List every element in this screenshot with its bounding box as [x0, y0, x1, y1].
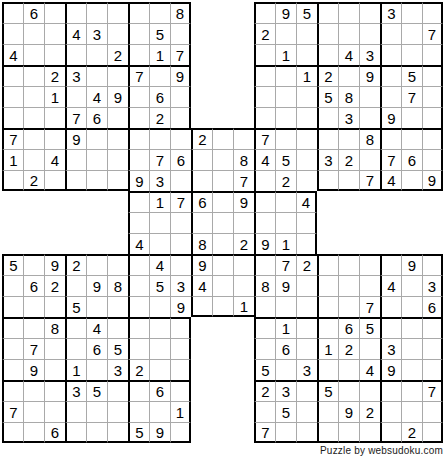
cell-r11c10[interactable]	[191, 212, 212, 233]
cell-r3c21[interactable]	[422, 44, 443, 65]
cell-r20c13[interactable]	[254, 401, 275, 422]
cell-r20c20[interactable]	[401, 401, 422, 422]
cell-r2c3[interactable]	[44, 23, 65, 44]
cell-r12c12: 2	[233, 233, 254, 254]
cell-r11c8[interactable]	[149, 212, 170, 233]
cell-r1c8[interactable]	[149, 2, 170, 23]
cell-r21c18[interactable]	[359, 422, 380, 443]
cell-r16c19[interactable]	[380, 317, 401, 338]
cell-r16c15[interactable]	[296, 317, 317, 338]
cell-r2c2[interactable]	[23, 23, 44, 44]
cell-r14c1[interactable]	[2, 275, 23, 296]
cell-r11c9[interactable]	[170, 212, 191, 233]
cell-r14c17[interactable]	[338, 275, 359, 296]
cell-r13c15: 2	[296, 254, 317, 275]
cell-r10c7[interactable]	[128, 191, 149, 212]
cell-r13c5[interactable]	[86, 254, 107, 275]
cell-r6c20[interactable]	[401, 107, 422, 128]
cell-r15c13[interactable]	[254, 296, 275, 317]
cell-r2c9[interactable]	[170, 23, 191, 44]
cell-r15c16[interactable]	[317, 296, 338, 317]
cell-r4c19[interactable]	[380, 65, 401, 86]
cell-r14c11[interactable]	[212, 275, 233, 296]
cell-r19c3[interactable]	[44, 380, 65, 401]
cell-r19c21: 7	[422, 380, 443, 401]
cell-r3c20[interactable]	[401, 44, 422, 65]
cell-r17c14: 6	[275, 338, 296, 359]
cell-r7c6[interactable]	[107, 128, 128, 149]
cell-r21c16[interactable]	[317, 422, 338, 443]
cell-r1c13[interactable]	[254, 2, 275, 23]
cell-r9c17[interactable]	[338, 170, 359, 191]
cell-r18c1[interactable]	[2, 359, 23, 380]
cell-r14c19: 4	[380, 275, 401, 296]
cell-r6c1[interactable]	[2, 107, 23, 128]
cell-r2c17[interactable]	[338, 23, 359, 44]
cell-r4c1[interactable]	[2, 65, 23, 86]
cell-r2c16[interactable]	[317, 23, 338, 44]
cell-r20c7[interactable]	[128, 401, 149, 422]
cell-r16c8[interactable]	[149, 317, 170, 338]
cell-r17c17: 2	[338, 338, 359, 359]
cell-r17c8[interactable]	[149, 338, 170, 359]
cell-r9c20[interactable]	[401, 170, 422, 191]
cell-r2c20[interactable]	[401, 23, 422, 44]
cell-r10c14[interactable]	[275, 191, 296, 212]
cell-r6c17: 3	[338, 107, 359, 128]
cell-r12c10: 8	[191, 233, 212, 254]
cell-r20c16[interactable]	[317, 401, 338, 422]
cell-r11c11[interactable]	[212, 212, 233, 233]
cell-r1c18[interactable]	[359, 2, 380, 23]
cell-r20c6[interactable]	[107, 401, 128, 422]
cell-r11c14[interactable]	[275, 212, 296, 233]
cell-r18c13: 5	[254, 359, 275, 380]
cell-r19c6[interactable]	[107, 380, 128, 401]
cell-r19c1[interactable]	[2, 380, 23, 401]
cell-r20c19[interactable]	[380, 401, 401, 422]
cell-r6c9[interactable]	[170, 107, 191, 128]
cell-r20c21[interactable]	[422, 401, 443, 422]
cell-r19c7[interactable]	[128, 380, 149, 401]
cell-r6c19: 9	[380, 107, 401, 128]
cell-r6c21[interactable]	[422, 107, 443, 128]
cell-r15c4: 5	[65, 296, 86, 317]
cell-r16c5: 4	[86, 317, 107, 338]
cell-r17c7[interactable]	[128, 338, 149, 359]
cell-r7c3[interactable]	[44, 128, 65, 149]
cell-r8c2[interactable]	[23, 149, 44, 170]
cell-r7c8[interactable]	[149, 128, 170, 149]
cell-r16c13[interactable]	[254, 317, 275, 338]
cell-r10c9: 7	[170, 191, 191, 212]
cell-r2c13: 2	[254, 23, 275, 44]
cell-r17c3[interactable]	[44, 338, 65, 359]
cell-r12c8[interactable]	[149, 233, 170, 254]
cell-r13c18[interactable]	[359, 254, 380, 275]
cell-r18c2: 9	[23, 359, 44, 380]
cell-r8c11[interactable]	[212, 149, 233, 170]
cell-r19c19[interactable]	[380, 380, 401, 401]
cell-r21c5[interactable]	[86, 422, 107, 443]
cell-r5c4[interactable]	[65, 86, 86, 107]
cell-r17c18[interactable]	[359, 338, 380, 359]
cell-r17c4[interactable]	[65, 338, 86, 359]
cell-r7c11[interactable]	[212, 128, 233, 149]
cell-r9c19: 4	[380, 170, 401, 191]
cell-r5c18[interactable]	[359, 86, 380, 107]
cell-r4c13[interactable]	[254, 65, 275, 86]
cell-r6c2[interactable]	[23, 107, 44, 128]
cell-r19c18[interactable]	[359, 380, 380, 401]
cell-r13c2[interactable]	[23, 254, 44, 275]
cell-r1c3[interactable]	[44, 2, 65, 23]
cell-r16c16[interactable]	[317, 317, 338, 338]
cell-r9c9[interactable]	[170, 170, 191, 191]
cell-r15c1[interactable]	[2, 296, 23, 317]
cell-r16c1[interactable]	[2, 317, 23, 338]
cell-r21c8: 9	[149, 422, 170, 443]
cell-r15c11[interactable]	[212, 296, 233, 317]
cell-r13c3: 9	[44, 254, 65, 275]
cell-r13c11[interactable]	[212, 254, 233, 275]
cell-r3c5[interactable]	[86, 44, 107, 65]
cell-r9c16[interactable]	[317, 170, 338, 191]
cell-r8c4[interactable]	[65, 149, 86, 170]
cell-r18c5[interactable]	[86, 359, 107, 380]
cell-r5c21[interactable]	[422, 86, 443, 107]
cell-r4c6[interactable]	[107, 65, 128, 86]
puzzle-credit: Puzzle by websudoku.com	[2, 445, 443, 456]
cell-r1c4[interactable]	[65, 2, 86, 23]
cell-r17c6: 5	[107, 338, 128, 359]
cell-r7c21[interactable]	[422, 128, 443, 149]
cell-r17c5: 6	[86, 338, 107, 359]
cell-r1c1[interactable]	[2, 2, 23, 23]
cell-r17c21[interactable]	[422, 338, 443, 359]
cell-r14c16[interactable]	[317, 275, 338, 296]
cell-r19c8: 6	[149, 380, 170, 401]
cell-r21c4[interactable]	[65, 422, 86, 443]
cell-r12c11[interactable]	[212, 233, 233, 254]
cell-r5c19[interactable]	[380, 86, 401, 107]
cell-r1c19: 3	[380, 2, 401, 23]
cell-r4c7: 7	[128, 65, 149, 86]
cell-r1c5[interactable]	[86, 2, 107, 23]
cell-r9c6[interactable]	[107, 170, 128, 191]
cell-r3c8: 1	[149, 44, 170, 65]
cell-r6c3[interactable]	[44, 107, 65, 128]
cell-r6c15[interactable]	[296, 107, 317, 128]
cell-r20c14: 5	[275, 401, 296, 422]
cell-r19c2[interactable]	[23, 380, 44, 401]
cell-r17c20[interactable]	[401, 338, 422, 359]
cell-r8c18[interactable]	[359, 149, 380, 170]
cell-r16c20[interactable]	[401, 317, 422, 338]
cell-r9c15[interactable]	[296, 170, 317, 191]
cell-r13c8: 4	[149, 254, 170, 275]
cell-r4c8[interactable]	[149, 65, 170, 86]
cell-r7c17[interactable]	[338, 128, 359, 149]
cell-r6c4: 7	[65, 107, 86, 128]
cell-r5c7[interactable]	[128, 86, 149, 107]
cell-r6c18[interactable]	[359, 107, 380, 128]
cell-r14c9: 3	[170, 275, 191, 296]
cell-r12c15[interactable]	[296, 233, 317, 254]
cell-r2c6[interactable]	[107, 23, 128, 44]
cell-r15c20[interactable]	[401, 296, 422, 317]
cell-r18c14[interactable]	[275, 359, 296, 380]
cell-r18c4: 1	[65, 359, 86, 380]
cell-r19c9[interactable]	[170, 380, 191, 401]
cell-r6c5: 6	[86, 107, 107, 128]
cell-r1c6[interactable]	[107, 2, 128, 23]
cell-r9c11[interactable]	[212, 170, 233, 191]
cell-r7c12[interactable]	[233, 128, 254, 149]
cell-r8c10[interactable]	[191, 149, 212, 170]
cell-r10c11[interactable]	[212, 191, 233, 212]
cell-r18c8[interactable]	[149, 359, 170, 380]
cell-r8c21[interactable]	[422, 149, 443, 170]
cell-r2c1[interactable]	[2, 23, 23, 44]
cell-r15c2[interactable]	[23, 296, 44, 317]
cell-r7c5[interactable]	[86, 128, 107, 149]
cell-r17c9[interactable]	[170, 338, 191, 359]
cell-r21c13: 7	[254, 422, 275, 443]
cell-r14c15[interactable]	[296, 275, 317, 296]
cell-r5c3: 1	[44, 86, 65, 107]
cell-r18c17[interactable]	[338, 359, 359, 380]
cell-r8c15[interactable]	[296, 149, 317, 170]
cell-r13c7[interactable]	[128, 254, 149, 275]
cell-r20c1: 7	[2, 401, 23, 422]
cell-r3c4[interactable]	[65, 44, 86, 65]
cell-r6c6[interactable]	[107, 107, 128, 128]
cell-r3c7[interactable]	[128, 44, 149, 65]
cell-r17c1[interactable]	[2, 338, 23, 359]
cell-r3c3[interactable]	[44, 44, 65, 65]
cell-r7c16[interactable]	[317, 128, 338, 149]
cell-r16c4[interactable]	[65, 317, 86, 338]
cell-r16c6[interactable]	[107, 317, 128, 338]
cell-r14c5: 9	[86, 275, 107, 296]
cell-r7c2[interactable]	[23, 128, 44, 149]
cell-r11c12[interactable]	[233, 212, 254, 233]
cell-r2c15[interactable]	[296, 23, 317, 44]
cell-r18c16[interactable]	[317, 359, 338, 380]
cell-r19c17[interactable]	[338, 380, 359, 401]
cell-r5c15[interactable]	[296, 86, 317, 107]
cell-r8c5[interactable]	[86, 149, 107, 170]
cell-r6c14[interactable]	[275, 107, 296, 128]
cell-r3c16[interactable]	[317, 44, 338, 65]
cell-r3c15[interactable]	[296, 44, 317, 65]
cell-r5c1[interactable]	[2, 86, 23, 107]
samurai-sudoku-page: 6895343527421714323791295149658776239792…	[0, 0, 445, 460]
cell-r5c13[interactable]	[254, 86, 275, 107]
cell-r1c17[interactable]	[338, 2, 359, 23]
cell-r2c19[interactable]	[380, 23, 401, 44]
cell-r14c12[interactable]	[233, 275, 254, 296]
cell-r9c5[interactable]	[86, 170, 107, 191]
cell-r14c20[interactable]	[401, 275, 422, 296]
cell-r3c13[interactable]	[254, 44, 275, 65]
cell-r15c19[interactable]	[380, 296, 401, 317]
cell-r10c10: 6	[191, 191, 212, 212]
cell-r19c15[interactable]	[296, 380, 317, 401]
cell-r4c18: 9	[359, 65, 380, 86]
cell-r21c21[interactable]	[422, 422, 443, 443]
cell-r1c16[interactable]	[317, 2, 338, 23]
cell-r5c2[interactable]	[23, 86, 44, 107]
cell-r17c15[interactable]	[296, 338, 317, 359]
cell-r15c7[interactable]	[128, 296, 149, 317]
cell-r16c18: 5	[359, 317, 380, 338]
cell-r3c19[interactable]	[380, 44, 401, 65]
cell-r11c15[interactable]	[296, 212, 317, 233]
cell-r13c13[interactable]	[254, 254, 275, 275]
cell-r14c4[interactable]	[65, 275, 86, 296]
cell-r9c10[interactable]	[191, 170, 212, 191]
cell-r8c1: 1	[2, 149, 23, 170]
cell-r16c21[interactable]	[422, 317, 443, 338]
cell-r4c9: 9	[170, 65, 191, 86]
cell-r1c7[interactable]	[128, 2, 149, 23]
cell-r18c19: 9	[380, 359, 401, 380]
cell-r13c9[interactable]	[170, 254, 191, 275]
cell-r5c8: 6	[149, 86, 170, 107]
cell-r8c6[interactable]	[107, 149, 128, 170]
cell-r3c17: 4	[338, 44, 359, 65]
cell-r21c6[interactable]	[107, 422, 128, 443]
cell-r13c19[interactable]	[380, 254, 401, 275]
cell-r8c13: 4	[254, 149, 275, 170]
cell-r15c5[interactable]	[86, 296, 107, 317]
cell-r19c5: 5	[86, 380, 107, 401]
cell-r15c8[interactable]	[149, 296, 170, 317]
cell-r7c1: 7	[2, 128, 23, 149]
cell-r1c20[interactable]	[401, 2, 422, 23]
cell-r15c10[interactable]	[191, 296, 212, 317]
cell-r21c1[interactable]	[2, 422, 23, 443]
cell-r20c8[interactable]	[149, 401, 170, 422]
cell-r15c3[interactable]	[44, 296, 65, 317]
cell-r5c14[interactable]	[275, 86, 296, 107]
cell-r4c17[interactable]	[338, 65, 359, 86]
cell-r13c6[interactable]	[107, 254, 128, 275]
cell-r2c14[interactable]	[275, 23, 296, 44]
samurai-sudoku-board: 6895343527421714323791295149658776239792…	[2, 2, 443, 443]
cell-r13c14: 7	[275, 254, 296, 275]
cell-r4c14[interactable]	[275, 65, 296, 86]
cell-r3c2[interactable]	[23, 44, 44, 65]
cell-r21c14[interactable]	[275, 422, 296, 443]
cell-r6c7[interactable]	[128, 107, 149, 128]
cell-r7c20[interactable]	[401, 128, 422, 149]
cell-r13c16[interactable]	[317, 254, 338, 275]
cell-r14c7[interactable]	[128, 275, 149, 296]
cell-r20c4[interactable]	[65, 401, 86, 422]
cell-r8c14: 5	[275, 149, 296, 170]
cell-r4c15: 1	[296, 65, 317, 86]
cell-r18c6: 3	[107, 359, 128, 380]
cell-r10c13[interactable]	[254, 191, 275, 212]
cell-r17c13[interactable]	[254, 338, 275, 359]
cell-r9c4[interactable]	[65, 170, 86, 191]
cell-r18c21[interactable]	[422, 359, 443, 380]
cell-r19c20[interactable]	[401, 380, 422, 401]
cell-r21c17[interactable]	[338, 422, 359, 443]
cell-r20c5[interactable]	[86, 401, 107, 422]
cell-r5c9[interactable]	[170, 86, 191, 107]
cell-r21c9[interactable]	[170, 422, 191, 443]
cell-r7c14[interactable]	[275, 128, 296, 149]
cell-r11c7[interactable]	[128, 212, 149, 233]
cell-r7c15[interactable]	[296, 128, 317, 149]
cell-r18c3[interactable]	[44, 359, 65, 380]
cell-r14c18[interactable]	[359, 275, 380, 296]
cell-r7c7[interactable]	[128, 128, 149, 149]
cell-r1c21[interactable]	[422, 2, 443, 23]
cell-r15c6[interactable]	[107, 296, 128, 317]
cell-r13c21[interactable]	[422, 254, 443, 275]
cell-r4c5[interactable]	[86, 65, 107, 86]
cell-r8c7[interactable]	[128, 149, 149, 170]
cell-r21c2[interactable]	[23, 422, 44, 443]
cell-r6c13[interactable]	[254, 107, 275, 128]
cell-r7c9[interactable]	[170, 128, 191, 149]
cell-r20c15[interactable]	[296, 401, 317, 422]
cell-r9c21: 9	[422, 170, 443, 191]
cell-r21c19[interactable]	[380, 422, 401, 443]
cell-r18c9[interactable]	[170, 359, 191, 380]
cell-r11c13[interactable]	[254, 212, 275, 233]
cell-r4c2[interactable]	[23, 65, 44, 86]
cell-r20c3[interactable]	[44, 401, 65, 422]
cell-r20c2[interactable]	[23, 401, 44, 422]
cell-r21c15[interactable]	[296, 422, 317, 443]
cell-r17c19: 3	[380, 338, 401, 359]
cell-r4c21[interactable]	[422, 65, 443, 86]
cell-r9c13[interactable]	[254, 170, 275, 191]
cell-r16c3: 8	[44, 317, 65, 338]
cell-r16c9[interactable]	[170, 317, 191, 338]
cell-r15c17[interactable]	[338, 296, 359, 317]
cell-r15c14[interactable]	[275, 296, 296, 317]
cell-r18c15: 3	[296, 359, 317, 380]
cell-r14c6: 8	[107, 275, 128, 296]
cell-r2c7[interactable]	[128, 23, 149, 44]
cell-r5c17: 8	[338, 86, 359, 107]
cell-r15c15[interactable]	[296, 296, 317, 317]
cell-r17c16: 1	[317, 338, 338, 359]
cell-r9c1[interactable]	[2, 170, 23, 191]
cell-r12c9[interactable]	[170, 233, 191, 254]
cell-r13c17[interactable]	[338, 254, 359, 275]
cell-r7c19[interactable]	[380, 128, 401, 149]
cell-r16c14: 1	[275, 317, 296, 338]
cell-r3c9: 7	[170, 44, 191, 65]
cell-r13c12[interactable]	[233, 254, 254, 275]
cell-r2c18[interactable]	[359, 23, 380, 44]
cell-r16c7[interactable]	[128, 317, 149, 338]
cell-r6c16[interactable]	[317, 107, 338, 128]
cell-r1c14: 9	[275, 2, 296, 23]
cell-r13c1: 5	[2, 254, 23, 275]
cell-r9c3[interactable]	[44, 170, 65, 191]
cell-r16c2[interactable]	[23, 317, 44, 338]
cell-r18c20[interactable]	[401, 359, 422, 380]
